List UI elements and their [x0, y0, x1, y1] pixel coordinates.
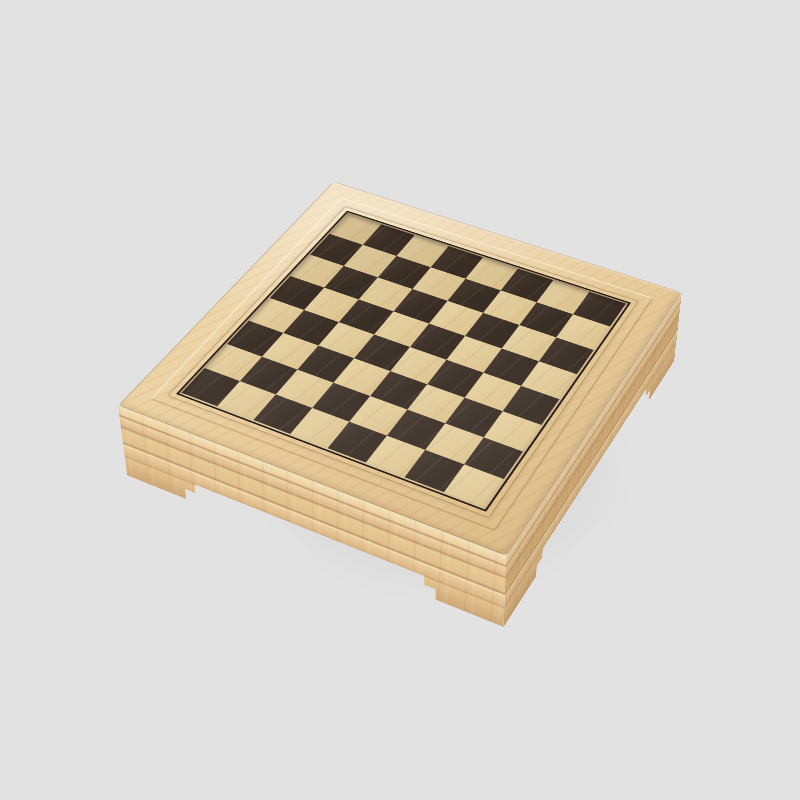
board-square	[425, 423, 484, 464]
board-square	[483, 349, 538, 386]
board-square	[217, 381, 276, 420]
board-square	[253, 394, 312, 434]
board-square	[205, 344, 262, 381]
board-square	[370, 371, 427, 409]
board-square	[366, 436, 425, 478]
board-square	[427, 360, 483, 398]
board-square	[407, 384, 464, 423]
board-square	[521, 361, 577, 399]
board-square	[445, 398, 502, 438]
board-square	[312, 383, 370, 422]
board-square	[297, 345, 354, 382]
board-square	[276, 370, 334, 408]
board-square	[503, 386, 560, 425]
board-square	[182, 368, 240, 406]
board-square	[465, 373, 521, 412]
board-square	[240, 357, 297, 395]
board-square	[444, 464, 504, 507]
board-square	[405, 450, 465, 492]
board-square	[349, 396, 407, 436]
board-square	[464, 437, 523, 479]
product-photo-scene	[0, 0, 800, 800]
board-square	[390, 347, 446, 384]
board-square	[387, 410, 445, 450]
board-square	[484, 411, 542, 451]
board-square	[333, 358, 390, 396]
board-square	[290, 408, 349, 448]
board-square	[328, 422, 387, 463]
